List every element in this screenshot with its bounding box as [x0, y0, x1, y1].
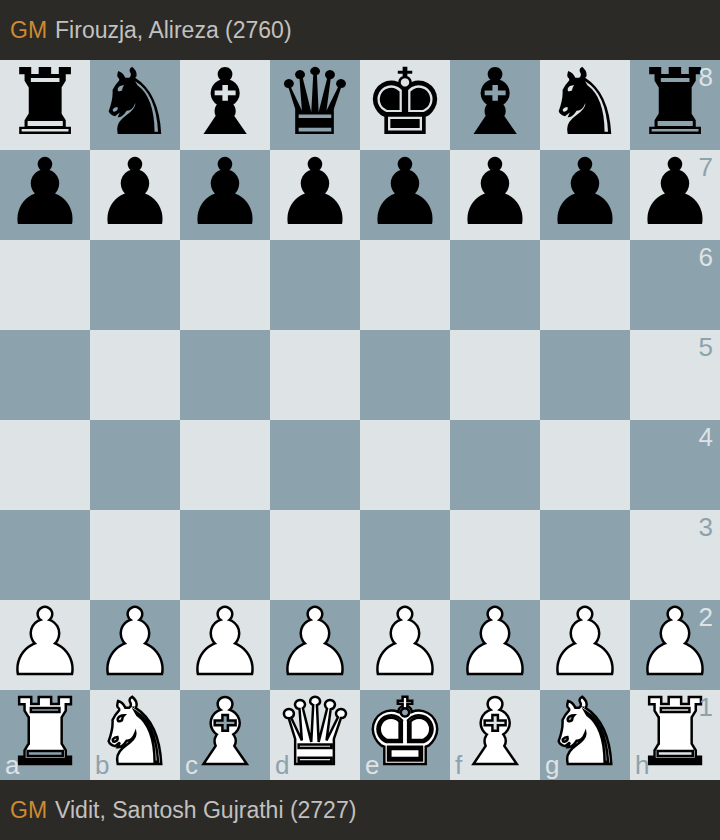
- square-g3[interactable]: [540, 510, 630, 600]
- white-pawn-piece[interactable]: ♟: [454, 597, 536, 689]
- black-pawn-piece[interactable]: ♟: [94, 147, 176, 239]
- square-c3[interactable]: [180, 510, 270, 600]
- square-d2[interactable]: ♟: [270, 600, 360, 690]
- bottom-player-title-badge: GM: [10, 797, 47, 824]
- rank-label-6: 6: [699, 244, 713, 270]
- square-b2[interactable]: ♟: [90, 600, 180, 690]
- square-f1[interactable]: ♝f: [450, 690, 540, 780]
- bottom-player-name: Vidit, Santosh Gujrathi (2727): [55, 797, 356, 824]
- white-pawn-piece[interactable]: ♟: [94, 597, 176, 689]
- square-d3[interactable]: [270, 510, 360, 600]
- square-e5[interactable]: [360, 330, 450, 420]
- square-g2[interactable]: ♟: [540, 600, 630, 690]
- white-queen-piece[interactable]: ♛: [274, 687, 356, 779]
- square-g4[interactable]: [540, 420, 630, 510]
- square-f5[interactable]: [450, 330, 540, 420]
- white-rook-piece[interactable]: ♜: [634, 687, 716, 779]
- bottom-player-bar: GM Vidit, Santosh Gujrathi (2727): [0, 780, 720, 840]
- square-h4[interactable]: 4: [630, 420, 720, 510]
- rank-label-3: 3: [699, 514, 713, 540]
- black-pawn-piece[interactable]: ♟: [274, 147, 356, 239]
- white-knight-piece[interactable]: ♞: [94, 687, 176, 779]
- square-c7[interactable]: ♟: [180, 150, 270, 240]
- rank-label-5: 5: [699, 334, 713, 360]
- top-player-name: Firouzja, Alireza (2760): [55, 17, 292, 44]
- rank-label-4: 4: [699, 424, 713, 450]
- square-d5[interactable]: [270, 330, 360, 420]
- square-d4[interactable]: [270, 420, 360, 510]
- square-c5[interactable]: [180, 330, 270, 420]
- square-h2[interactable]: ♟2: [630, 600, 720, 690]
- white-pawn-piece[interactable]: ♟: [634, 597, 716, 689]
- square-e3[interactable]: [360, 510, 450, 600]
- black-king-piece[interactable]: ♚: [364, 57, 446, 149]
- square-e1[interactable]: ♚e: [360, 690, 450, 780]
- white-pawn-piece[interactable]: ♟: [364, 597, 446, 689]
- square-f7[interactable]: ♟: [450, 150, 540, 240]
- square-f8[interactable]: ♝: [450, 60, 540, 150]
- square-c1[interactable]: ♝c: [180, 690, 270, 780]
- square-c8[interactable]: ♝: [180, 60, 270, 150]
- white-rook-piece[interactable]: ♜: [4, 687, 86, 779]
- square-b6[interactable]: [90, 240, 180, 330]
- square-c4[interactable]: [180, 420, 270, 510]
- square-g6[interactable]: [540, 240, 630, 330]
- black-queen-piece[interactable]: ♛: [274, 57, 356, 149]
- square-a3[interactable]: [0, 510, 90, 600]
- black-bishop-piece[interactable]: ♝: [454, 57, 536, 149]
- square-c2[interactable]: ♟: [180, 600, 270, 690]
- square-a1[interactable]: ♜a: [0, 690, 90, 780]
- square-h5[interactable]: 5: [630, 330, 720, 420]
- square-h6[interactable]: 6: [630, 240, 720, 330]
- square-h3[interactable]: 3: [630, 510, 720, 600]
- square-b4[interactable]: [90, 420, 180, 510]
- square-b5[interactable]: [90, 330, 180, 420]
- square-h7[interactable]: ♟7: [630, 150, 720, 240]
- white-king-piece[interactable]: ♚: [364, 687, 446, 779]
- square-h8[interactable]: ♜8: [630, 60, 720, 150]
- white-pawn-piece[interactable]: ♟: [184, 597, 266, 689]
- white-pawn-piece[interactable]: ♟: [4, 597, 86, 689]
- square-a2[interactable]: ♟: [0, 600, 90, 690]
- black-pawn-piece[interactable]: ♟: [454, 147, 536, 239]
- black-rook-piece[interactable]: ♜: [634, 57, 716, 149]
- square-a7[interactable]: ♟: [0, 150, 90, 240]
- black-rook-piece[interactable]: ♜: [4, 57, 86, 149]
- square-e8[interactable]: ♚: [360, 60, 450, 150]
- square-d1[interactable]: ♛d: [270, 690, 360, 780]
- square-g1[interactable]: ♞g: [540, 690, 630, 780]
- black-pawn-piece[interactable]: ♟: [184, 147, 266, 239]
- chess-board[interactable]: ♜♞♝♛♚♝♞♜8♟♟♟♟♟♟♟♟76543♟♟♟♟♟♟♟♟2♜a♞b♝c♛d♚…: [0, 60, 720, 780]
- black-pawn-piece[interactable]: ♟: [634, 147, 716, 239]
- black-knight-piece[interactable]: ♞: [94, 57, 176, 149]
- square-g5[interactable]: [540, 330, 630, 420]
- top-player-title-badge: GM: [10, 17, 47, 44]
- square-a8[interactable]: ♜: [0, 60, 90, 150]
- square-e7[interactable]: ♟: [360, 150, 450, 240]
- square-e4[interactable]: [360, 420, 450, 510]
- square-f6[interactable]: [450, 240, 540, 330]
- square-d7[interactable]: ♟: [270, 150, 360, 240]
- square-e6[interactable]: [360, 240, 450, 330]
- square-a5[interactable]: [0, 330, 90, 420]
- square-a4[interactable]: [0, 420, 90, 510]
- square-g8[interactable]: ♞: [540, 60, 630, 150]
- black-pawn-piece[interactable]: ♟: [364, 147, 446, 239]
- black-bishop-piece[interactable]: ♝: [184, 57, 266, 149]
- square-b1[interactable]: ♞b: [90, 690, 180, 780]
- square-b3[interactable]: [90, 510, 180, 600]
- square-e2[interactable]: ♟: [360, 600, 450, 690]
- white-pawn-piece[interactable]: ♟: [274, 597, 356, 689]
- square-b7[interactable]: ♟: [90, 150, 180, 240]
- square-d6[interactable]: [270, 240, 360, 330]
- square-b8[interactable]: ♞: [90, 60, 180, 150]
- square-g7[interactable]: ♟: [540, 150, 630, 240]
- black-knight-piece[interactable]: ♞: [544, 57, 626, 149]
- white-pawn-piece[interactable]: ♟: [544, 597, 626, 689]
- square-h1[interactable]: ♜h1: [630, 690, 720, 780]
- white-bishop-piece[interactable]: ♝: [454, 687, 536, 779]
- square-f4[interactable]: [450, 420, 540, 510]
- square-d8[interactable]: ♛: [270, 60, 360, 150]
- white-knight-piece[interactable]: ♞: [544, 687, 626, 779]
- black-pawn-piece[interactable]: ♟: [4, 147, 86, 239]
- square-f3[interactable]: [450, 510, 540, 600]
- square-f2[interactable]: ♟: [450, 600, 540, 690]
- square-a6[interactable]: [0, 240, 90, 330]
- black-pawn-piece[interactable]: ♟: [544, 147, 626, 239]
- white-bishop-piece[interactable]: ♝: [184, 687, 266, 779]
- square-c6[interactable]: [180, 240, 270, 330]
